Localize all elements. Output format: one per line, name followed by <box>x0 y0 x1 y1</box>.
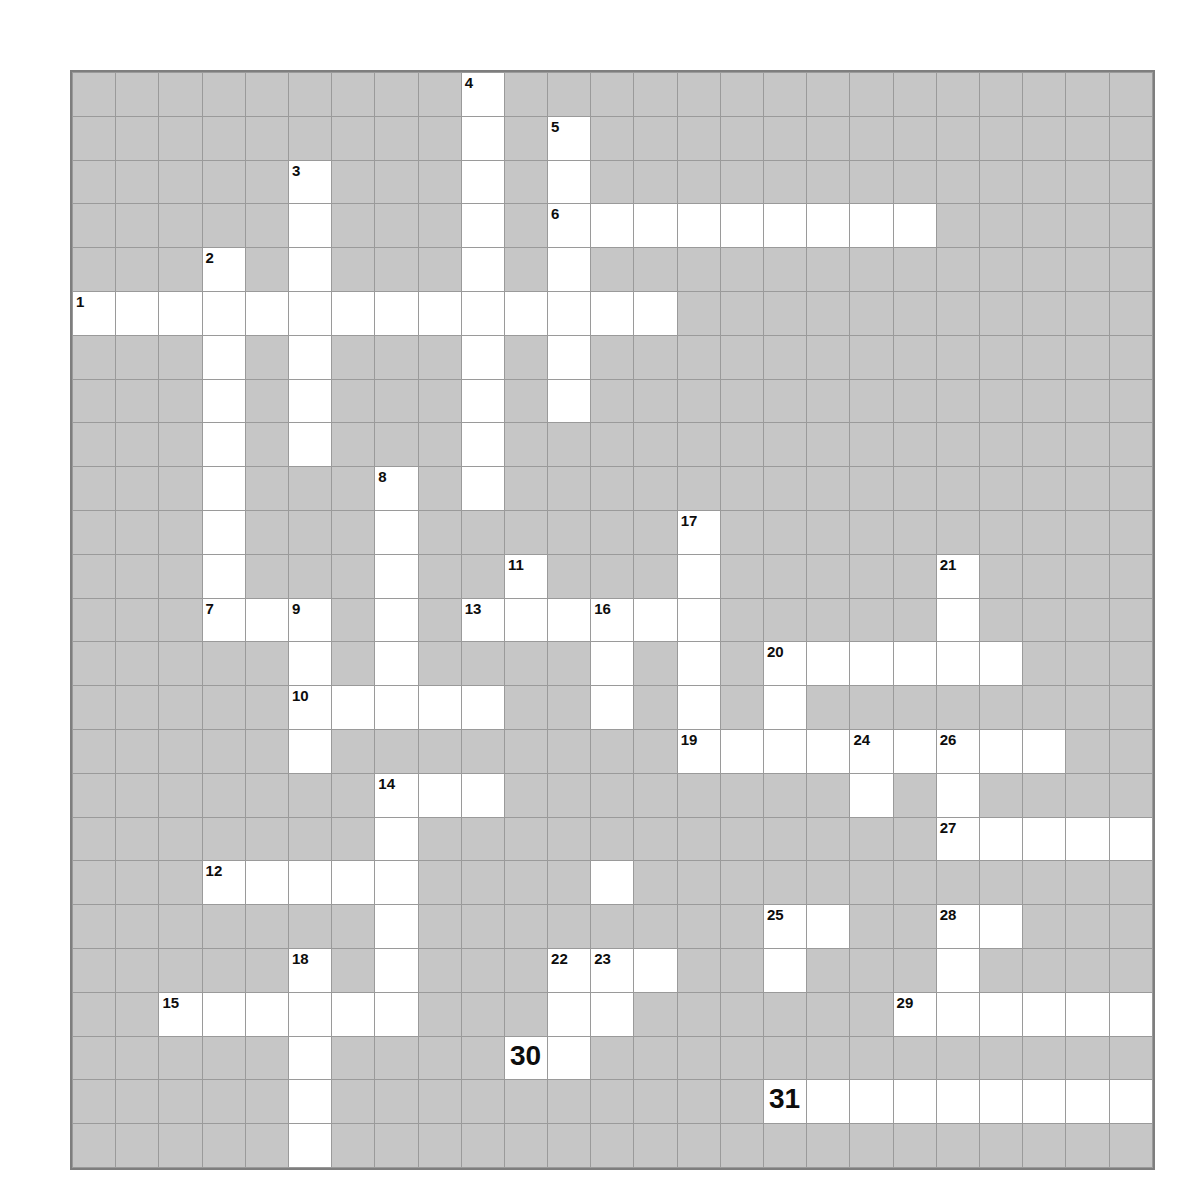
block-r15-c13 <box>634 730 676 773</box>
cell-r9-c9[interactable] <box>462 467 504 510</box>
block-r19-c2 <box>159 905 201 948</box>
cell-r17-c22[interactable] <box>1023 818 1065 861</box>
block-r9-c23 <box>1066 467 1108 510</box>
cell-r12-c13[interactable] <box>634 599 676 642</box>
cell-r16-c8[interactable] <box>419 774 461 817</box>
cell-r5-c12[interactable] <box>591 292 633 335</box>
block-r13-c15 <box>721 642 763 685</box>
cell-r12-c9[interactable]: 13 <box>462 599 504 642</box>
block-r10-c21 <box>980 511 1022 554</box>
block-r7-c17 <box>807 380 849 423</box>
block-r17-c2 <box>159 818 201 861</box>
cell-r5-c1[interactable] <box>116 292 158 335</box>
block-r2-c18 <box>850 161 892 204</box>
cell-r13-c5[interactable] <box>289 642 331 685</box>
cell-r21-c19[interactable]: 29 <box>894 993 936 1036</box>
block-r21-c18 <box>850 993 892 1036</box>
block-r0-c18 <box>850 73 892 116</box>
cell-r3-c16[interactable] <box>764 204 806 247</box>
block-r7-c8 <box>419 380 461 423</box>
cell-r16-c18[interactable] <box>850 774 892 817</box>
cell-r20-c5[interactable]: 18 <box>289 949 331 992</box>
block-r20-c8 <box>419 949 461 992</box>
cell-r1-c9[interactable] <box>462 117 504 160</box>
block-r9-c0 <box>73 467 115 510</box>
cell-r12-c4[interactable] <box>246 599 288 642</box>
block-r13-c13 <box>634 642 676 685</box>
cell-r11-c7[interactable] <box>375 555 417 598</box>
block-r24-c0 <box>73 1124 115 1167</box>
clue-number-27: 27 <box>940 818 957 837</box>
block-r6-c14 <box>678 336 720 379</box>
block-r16-c3 <box>203 774 245 817</box>
cell-r23-c24[interactable] <box>1110 1080 1152 1123</box>
cell-r24-c5[interactable] <box>289 1124 331 1167</box>
cell-r15-c14[interactable]: 19 <box>678 730 720 773</box>
cell-r14-c8[interactable] <box>419 686 461 729</box>
block-r19-c10 <box>505 905 547 948</box>
block-r16-c16 <box>764 774 806 817</box>
block-r22-c19 <box>894 1037 936 1080</box>
cell-r20-c11[interactable]: 22 <box>548 949 590 992</box>
cell-r10-c14[interactable]: 17 <box>678 511 720 554</box>
cell-r17-c23[interactable] <box>1066 818 1108 861</box>
block-r14-c3 <box>203 686 245 729</box>
cell-r19-c17[interactable] <box>807 905 849 948</box>
block-r17-c14 <box>678 818 720 861</box>
block-r2-c15 <box>721 161 763 204</box>
block-r12-c18 <box>850 599 892 642</box>
block-r10-c19 <box>894 511 936 554</box>
cell-r11-c3[interactable] <box>203 555 245 598</box>
cell-r8-c5[interactable] <box>289 423 331 466</box>
cell-r13-c17[interactable] <box>807 642 849 685</box>
cell-r21-c4[interactable] <box>246 993 288 1036</box>
cell-r14-c14[interactable] <box>678 686 720 729</box>
cell-r20-c7[interactable] <box>375 949 417 992</box>
cell-r12-c11[interactable] <box>548 599 590 642</box>
block-r11-c12 <box>591 555 633 598</box>
block-r22-c2 <box>159 1037 201 1080</box>
block-r7-c1 <box>116 380 158 423</box>
cell-r14-c16[interactable] <box>764 686 806 729</box>
cell-r21-c3[interactable] <box>203 993 245 1036</box>
block-r24-c13 <box>634 1124 676 1167</box>
block-r19-c12 <box>591 905 633 948</box>
block-r0-c24 <box>1110 73 1152 116</box>
block-r9-c15 <box>721 467 763 510</box>
block-r5-c21 <box>980 292 1022 335</box>
block-r10-c8 <box>419 511 461 554</box>
cell-r16-c20[interactable] <box>937 774 979 817</box>
cell-r3-c18[interactable] <box>850 204 892 247</box>
block-r12-c15 <box>721 599 763 642</box>
block-r3-c1 <box>116 204 158 247</box>
cell-r17-c20[interactable]: 27 <box>937 818 979 861</box>
block-r7-c18 <box>850 380 892 423</box>
cell-r13-c7[interactable] <box>375 642 417 685</box>
cell-r10-c7[interactable] <box>375 511 417 554</box>
block-r16-c11 <box>548 774 590 817</box>
cell-r13-c12[interactable] <box>591 642 633 685</box>
block-r24-c8 <box>419 1124 461 1167</box>
cell-r7-c3[interactable] <box>203 380 245 423</box>
block-r17-c12 <box>591 818 633 861</box>
block-r5-c17 <box>807 292 849 335</box>
block-r1-c2 <box>159 117 201 160</box>
block-r20-c2 <box>159 949 201 992</box>
cell-r5-c13[interactable] <box>634 292 676 335</box>
block-r10-c18 <box>850 511 892 554</box>
block-r16-c17 <box>807 774 849 817</box>
cell-r19-c21[interactable] <box>980 905 1022 948</box>
cell-r4-c9[interactable] <box>462 248 504 291</box>
cell-r15-c19[interactable] <box>894 730 936 773</box>
cell-r18-c5[interactable] <box>289 861 331 904</box>
block-r8-c15 <box>721 423 763 466</box>
block-r24-c18 <box>850 1124 892 1167</box>
block-r22-c18 <box>850 1037 892 1080</box>
block-r20-c19 <box>894 949 936 992</box>
block-r20-c15 <box>721 949 763 992</box>
cell-r5-c2[interactable] <box>159 292 201 335</box>
block-r0-c4 <box>246 73 288 116</box>
cell-r21-c21[interactable] <box>980 993 1022 1036</box>
cell-r23-c22[interactable] <box>1023 1080 1065 1123</box>
block-r10-c5 <box>289 511 331 554</box>
clue-number-20: 20 <box>767 642 784 661</box>
cell-r7-c5[interactable] <box>289 380 331 423</box>
block-r8-c22 <box>1023 423 1065 466</box>
block-r19-c4 <box>246 905 288 948</box>
block-r14-c18 <box>850 686 892 729</box>
cell-r19-c16[interactable]: 25 <box>764 905 806 948</box>
cell-r11-c14[interactable] <box>678 555 720 598</box>
block-r0-c22 <box>1023 73 1065 116</box>
block-r14-c0 <box>73 686 115 729</box>
cell-r13-c14[interactable] <box>678 642 720 685</box>
cell-r22-c5[interactable] <box>289 1037 331 1080</box>
block-r7-c0 <box>73 380 115 423</box>
cell-r2-c5[interactable]: 3 <box>289 161 331 204</box>
cell-r23-c21[interactable] <box>980 1080 1022 1123</box>
cell-r21-c11[interactable] <box>548 993 590 1036</box>
cell-r5-c8[interactable] <box>419 292 461 335</box>
clue-number-16: 16 <box>594 599 611 618</box>
block-r16-c22 <box>1023 774 1065 817</box>
block-r0-c16 <box>764 73 806 116</box>
block-r21-c0 <box>73 993 115 1036</box>
block-r4-c0 <box>73 248 115 291</box>
cell-r4-c3[interactable]: 2 <box>203 248 245 291</box>
cell-r5-c10[interactable] <box>505 292 547 335</box>
cell-r20-c13[interactable] <box>634 949 676 992</box>
cell-r13-c20[interactable] <box>937 642 979 685</box>
block-r23-c4 <box>246 1080 288 1123</box>
cell-r14-c7[interactable] <box>375 686 417 729</box>
block-r23-c11 <box>548 1080 590 1123</box>
cell-r6-c11[interactable] <box>548 336 590 379</box>
cell-r13-c19[interactable] <box>894 642 936 685</box>
cell-r21-c7[interactable] <box>375 993 417 1036</box>
cell-r5-c0[interactable]: 1 <box>73 292 115 335</box>
block-r17-c10 <box>505 818 547 861</box>
cell-r12-c14[interactable] <box>678 599 720 642</box>
cell-r18-c3[interactable]: 12 <box>203 861 245 904</box>
cell-r22-c11[interactable] <box>548 1037 590 1080</box>
block-r6-c21 <box>980 336 1022 379</box>
cell-r5-c9[interactable] <box>462 292 504 335</box>
cell-r15-c16[interactable] <box>764 730 806 773</box>
block-r7-c15 <box>721 380 763 423</box>
block-r13-c10 <box>505 642 547 685</box>
cell-r3-c19[interactable] <box>894 204 936 247</box>
cell-r3-c15[interactable] <box>721 204 763 247</box>
clue-number-26: 26 <box>940 730 957 749</box>
cell-r15-c20[interactable]: 26 <box>937 730 979 773</box>
block-r20-c21 <box>980 949 1022 992</box>
block-r18-c20 <box>937 861 979 904</box>
block-r8-c8 <box>419 423 461 466</box>
cell-r5-c5[interactable] <box>289 292 331 335</box>
block-r21-c14 <box>678 993 720 1036</box>
cell-r14-c9[interactable] <box>462 686 504 729</box>
block-r9-c5 <box>289 467 331 510</box>
cell-r15-c21[interactable] <box>980 730 1022 773</box>
block-r24-c11 <box>548 1124 590 1167</box>
cell-r12-c12[interactable]: 16 <box>591 599 633 642</box>
cell-r23-c19[interactable] <box>894 1080 936 1123</box>
block-r14-c19 <box>894 686 936 729</box>
cell-r17-c7[interactable] <box>375 818 417 861</box>
block-r17-c15 <box>721 818 763 861</box>
cell-r5-c4[interactable] <box>246 292 288 335</box>
block-r0-c12 <box>591 73 633 116</box>
block-r0-c6 <box>332 73 374 116</box>
clue-number-11: 11 <box>508 555 524 574</box>
cell-r20-c16[interactable] <box>764 949 806 992</box>
block-r19-c11 <box>548 905 590 948</box>
cell-r18-c7[interactable] <box>375 861 417 904</box>
cell-r15-c5[interactable] <box>289 730 331 773</box>
cell-r23-c20[interactable] <box>937 1080 979 1123</box>
block-r10-c11 <box>548 511 590 554</box>
block-r22-c4 <box>246 1037 288 1080</box>
cell-r4-c11[interactable] <box>548 248 590 291</box>
block-r12-c23 <box>1066 599 1108 642</box>
block-r7-c7 <box>375 380 417 423</box>
block-r22-c3 <box>203 1037 245 1080</box>
cell-r23-c16[interactable]: 31 <box>764 1080 806 1123</box>
clue-number-22: 22 <box>551 949 568 968</box>
cell-r13-c21[interactable] <box>980 642 1022 685</box>
block-r14-c1 <box>116 686 158 729</box>
cell-r4-c5[interactable] <box>289 248 331 291</box>
block-r19-c22 <box>1023 905 1065 948</box>
block-r7-c12 <box>591 380 633 423</box>
cell-r3-c12[interactable] <box>591 204 633 247</box>
cell-r21-c5[interactable] <box>289 993 331 1036</box>
cell-r20-c20[interactable] <box>937 949 979 992</box>
block-r7-c20 <box>937 380 979 423</box>
block-r20-c0 <box>73 949 115 992</box>
cell-r9-c7[interactable]: 8 <box>375 467 417 510</box>
cell-r18-c12[interactable] <box>591 861 633 904</box>
block-r1-c14 <box>678 117 720 160</box>
block-r15-c4 <box>246 730 288 773</box>
block-r12-c2 <box>159 599 201 642</box>
block-r8-c16 <box>764 423 806 466</box>
cell-r19-c20[interactable]: 28 <box>937 905 979 948</box>
cell-r21-c20[interactable] <box>937 993 979 1036</box>
cell-r10-c3[interactable] <box>203 511 245 554</box>
block-r17-c9 <box>462 818 504 861</box>
cell-r6-c9[interactable] <box>462 336 504 379</box>
cell-r12-c7[interactable] <box>375 599 417 642</box>
cell-r18-c4[interactable] <box>246 861 288 904</box>
block-r22-c23 <box>1066 1037 1108 1080</box>
block-r17-c17 <box>807 818 849 861</box>
block-r0-c19 <box>894 73 936 116</box>
block-r5-c24 <box>1110 292 1152 335</box>
cell-r20-c12[interactable]: 23 <box>591 949 633 992</box>
block-r1-c7 <box>375 117 417 160</box>
cell-r2-c9[interactable] <box>462 161 504 204</box>
cell-r3-c17[interactable] <box>807 204 849 247</box>
cell-r22-c10[interactable]: 30 <box>505 1037 547 1080</box>
block-r1-c6 <box>332 117 374 160</box>
cell-r21-c2[interactable]: 15 <box>159 993 201 1036</box>
cell-r5-c7[interactable] <box>375 292 417 335</box>
block-r1-c18 <box>850 117 892 160</box>
block-r5-c14 <box>678 292 720 335</box>
block-r9-c12 <box>591 467 633 510</box>
block-r10-c0 <box>73 511 115 554</box>
cell-r2-c11[interactable] <box>548 161 590 204</box>
cell-r3-c11[interactable]: 6 <box>548 204 590 247</box>
cell-r15-c22[interactable] <box>1023 730 1065 773</box>
cell-r9-c3[interactable] <box>203 467 245 510</box>
cell-r15-c15[interactable] <box>721 730 763 773</box>
block-r16-c4 <box>246 774 288 817</box>
cell-r5-c6[interactable] <box>332 292 374 335</box>
block-r7-c22 <box>1023 380 1065 423</box>
cell-r16-c9[interactable] <box>462 774 504 817</box>
cell-r13-c16[interactable]: 20 <box>764 642 806 685</box>
block-r1-c10 <box>505 117 547 160</box>
cell-r12-c20[interactable] <box>937 599 979 642</box>
cell-r23-c17[interactable] <box>807 1080 849 1123</box>
cell-r11-c20[interactable]: 21 <box>937 555 979 598</box>
cell-r21-c24[interactable] <box>1110 993 1152 1036</box>
cell-r15-c17[interactable] <box>807 730 849 773</box>
block-r3-c6 <box>332 204 374 247</box>
cell-r14-c5[interactable]: 10 <box>289 686 331 729</box>
block-r14-c15 <box>721 686 763 729</box>
block-r18-c22 <box>1023 861 1065 904</box>
block-r0-c11 <box>548 73 590 116</box>
cell-r18-c6[interactable] <box>332 861 374 904</box>
block-r6-c1 <box>116 336 158 379</box>
block-r7-c16 <box>764 380 806 423</box>
block-r11-c23 <box>1066 555 1108 598</box>
cell-r3-c9[interactable] <box>462 204 504 247</box>
block-r2-c24 <box>1110 161 1152 204</box>
cell-r0-c9[interactable]: 4 <box>462 73 504 116</box>
block-r3-c8 <box>419 204 461 247</box>
block-r19-c23 <box>1066 905 1108 948</box>
cell-r23-c18[interactable] <box>850 1080 892 1123</box>
cell-r7-c9[interactable] <box>462 380 504 423</box>
cell-r17-c24[interactable] <box>1110 818 1152 861</box>
block-r24-c2 <box>159 1124 201 1167</box>
block-r1-c12 <box>591 117 633 160</box>
cell-r15-c18[interactable]: 24 <box>850 730 892 773</box>
cell-r21-c12[interactable] <box>591 993 633 1036</box>
cell-r14-c6[interactable] <box>332 686 374 729</box>
cell-r3-c5[interactable] <box>289 204 331 247</box>
cell-r21-c6[interactable] <box>332 993 374 1036</box>
cell-r1-c11[interactable]: 5 <box>548 117 590 160</box>
cell-r16-c7[interactable]: 14 <box>375 774 417 817</box>
cell-r11-c10[interactable]: 11 <box>505 555 547 598</box>
block-r6-c6 <box>332 336 374 379</box>
block-r11-c5 <box>289 555 331 598</box>
cell-r6-c5[interactable] <box>289 336 331 379</box>
cell-r3-c13[interactable] <box>634 204 676 247</box>
cell-r8-c3[interactable] <box>203 423 245 466</box>
block-r2-c3 <box>203 161 245 204</box>
cell-r14-c12[interactable] <box>591 686 633 729</box>
block-r4-c6 <box>332 248 374 291</box>
block-r9-c19 <box>894 467 936 510</box>
clue-number-3: 3 <box>292 161 300 180</box>
cell-r17-c21[interactable] <box>980 818 1022 861</box>
cell-r12-c10[interactable] <box>505 599 547 642</box>
cell-r21-c23[interactable] <box>1066 993 1108 1036</box>
cell-r12-c3[interactable]: 7 <box>203 599 245 642</box>
block-r1-c23 <box>1066 117 1108 160</box>
block-r5-c20 <box>937 292 979 335</box>
cell-r7-c11[interactable] <box>548 380 590 423</box>
block-r14-c10 <box>505 686 547 729</box>
block-r6-c2 <box>159 336 201 379</box>
clue-number-10: 10 <box>292 686 309 705</box>
cell-r5-c3[interactable] <box>203 292 245 335</box>
block-r10-c20 <box>937 511 979 554</box>
cell-r21-c22[interactable] <box>1023 993 1065 1036</box>
block-r8-c0 <box>73 423 115 466</box>
cell-r19-c7[interactable] <box>375 905 417 948</box>
block-r8-c11 <box>548 423 590 466</box>
cell-r13-c18[interactable] <box>850 642 892 685</box>
cell-r12-c5[interactable]: 9 <box>289 599 331 642</box>
block-r22-c14 <box>678 1037 720 1080</box>
block-r20-c10 <box>505 949 547 992</box>
cell-r5-c11[interactable] <box>548 292 590 335</box>
cell-r3-c14[interactable] <box>678 204 720 247</box>
cell-r8-c9[interactable] <box>462 423 504 466</box>
cell-r23-c23[interactable] <box>1066 1080 1108 1123</box>
cell-r6-c3[interactable] <box>203 336 245 379</box>
clue-number-4: 4 <box>465 73 473 92</box>
block-r22-c24 <box>1110 1037 1152 1080</box>
block-r4-c2 <box>159 248 201 291</box>
block-r1-c8 <box>419 117 461 160</box>
block-r10-c10 <box>505 511 547 554</box>
cell-r23-c5[interactable] <box>289 1080 331 1123</box>
block-r20-c24 <box>1110 949 1152 992</box>
